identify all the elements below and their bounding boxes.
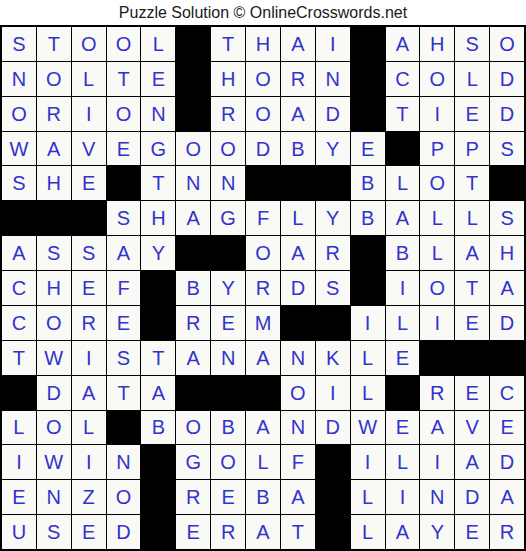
grid-cell: T (37, 27, 71, 61)
grid-cell: T (281, 515, 315, 549)
black-cell (386, 132, 420, 166)
grid-cell: N (176, 166, 210, 200)
grid-cell: B (211, 411, 245, 445)
black-cell (72, 201, 106, 235)
grid-cell: O (420, 271, 454, 305)
grid-cell: Z (72, 480, 106, 514)
grid-cell: B (281, 132, 315, 166)
grid-cell: D (281, 271, 315, 305)
grid-cell: I (2, 445, 36, 479)
black-cell (490, 341, 524, 375)
grid-cell: N (420, 480, 454, 514)
black-cell (2, 201, 36, 235)
grid-cell: I (420, 97, 454, 131)
black-cell (107, 166, 141, 200)
grid-cell: A (141, 376, 175, 410)
grid-cell: A (281, 27, 315, 61)
grid-cell: A (176, 201, 210, 235)
grid-cell: D (37, 376, 71, 410)
crossword-grid: STOOLTHAIAHSONOLTEHORNCOLDORIONROADTIEDW… (0, 25, 526, 551)
black-cell (176, 97, 210, 131)
grid-cell: T (141, 341, 175, 375)
black-cell (176, 27, 210, 61)
grid-cell: D (490, 62, 524, 96)
black-cell (351, 271, 385, 305)
grid-cell: L (455, 201, 489, 235)
grid-cell: P (455, 132, 489, 166)
grid-cell: B (386, 236, 420, 270)
grid-cell: R (37, 97, 71, 131)
grid-cell: E (107, 306, 141, 340)
grid-cell: E (141, 62, 175, 96)
black-cell (141, 306, 175, 340)
grid-cell: P (420, 132, 454, 166)
grid-cell: F (107, 271, 141, 305)
grid-cell: R (316, 236, 350, 270)
black-cell (420, 341, 454, 375)
grid-cell: L (420, 201, 454, 235)
grid-cell: V (455, 411, 489, 445)
grid-cell: Y (316, 201, 350, 235)
grid-cell: E (386, 411, 420, 445)
grid-cell: I (351, 445, 385, 479)
grid-cell: E (72, 166, 106, 200)
grid-cell: O (246, 62, 280, 96)
grid-cell: A (246, 411, 280, 445)
grid-cell: G (141, 132, 175, 166)
grid-cell: E (2, 480, 36, 514)
grid-cell: N (281, 341, 315, 375)
black-cell (316, 515, 350, 549)
grid-cell: A (2, 236, 36, 270)
grid-cell: O (420, 166, 454, 200)
grid-cell: I (72, 341, 106, 375)
grid-cell: T (2, 341, 36, 375)
grid-cell: S (490, 201, 524, 235)
black-cell (37, 201, 71, 235)
grid-cell: O (211, 132, 245, 166)
grid-cell: L (72, 62, 106, 96)
grid-cell: R (211, 97, 245, 131)
grid-cell: R (246, 271, 280, 305)
grid-cell: C (2, 271, 36, 305)
grid-cell: E (72, 515, 106, 549)
grid-cell: I (420, 445, 454, 479)
grid-cell: W (351, 411, 385, 445)
black-cell (176, 236, 210, 270)
black-cell (107, 411, 141, 445)
grid-cell: A (176, 341, 210, 375)
grid-cell: A (420, 411, 454, 445)
black-cell (351, 62, 385, 96)
grid-cell: C (386, 62, 420, 96)
grid-cell: I (316, 376, 350, 410)
grid-cell: L (351, 341, 385, 375)
grid-cell: W (37, 445, 71, 479)
grid-cell: O (246, 97, 280, 131)
grid-cell: D (316, 411, 350, 445)
grid-cell: D (455, 480, 489, 514)
black-cell (351, 27, 385, 61)
grid-cell: I (386, 271, 420, 305)
grid-cell: L (246, 445, 280, 479)
black-cell (211, 376, 245, 410)
grid-cell: R (176, 306, 210, 340)
grid-cell: I (420, 306, 454, 340)
grid-cell: S (72, 236, 106, 270)
grid-cell: S (107, 201, 141, 235)
black-cell (316, 445, 350, 479)
grid-cell: R (72, 306, 106, 340)
grid-cell: G (211, 201, 245, 235)
grid-cell: B (176, 271, 210, 305)
grid-cell: H (211, 62, 245, 96)
grid-cell: W (37, 341, 71, 375)
grid-cell: N (211, 341, 245, 375)
grid-cell: L (386, 306, 420, 340)
grid-cell: N (211, 166, 245, 200)
grid-cell: T (386, 97, 420, 131)
grid-cell: L (281, 201, 315, 235)
grid-cell: T (141, 166, 175, 200)
grid-cell: A (107, 236, 141, 270)
grid-cell: A (281, 97, 315, 131)
grid-cell: H (420, 27, 454, 61)
grid-cell: R (420, 376, 454, 410)
grid-cell: I (351, 306, 385, 340)
grid-cell: K (316, 341, 350, 375)
black-cell (211, 236, 245, 270)
grid-cell: V (72, 132, 106, 166)
grid-cell: A (386, 515, 420, 549)
grid-cell: E (72, 271, 106, 305)
grid-cell: H (490, 236, 524, 270)
grid-cell: E (176, 515, 210, 549)
grid-cell: E (211, 306, 245, 340)
grid-cell: O (2, 97, 36, 131)
black-cell (351, 97, 385, 131)
grid-cell: O (107, 97, 141, 131)
grid-cell: N (2, 62, 36, 96)
grid-cell: E (107, 132, 141, 166)
grid-cell: S (37, 515, 71, 549)
grid-cell: C (2, 306, 36, 340)
grid-cell: A (281, 236, 315, 270)
grid-cell: U (2, 515, 36, 549)
grid-cell: S (2, 27, 36, 61)
grid-cell: N (316, 62, 350, 96)
grid-cell: T (107, 62, 141, 96)
black-cell (246, 166, 280, 200)
grid-cell: A (72, 376, 106, 410)
grid-cell: O (107, 480, 141, 514)
grid-cell: S (37, 236, 71, 270)
grid-cell: R (211, 515, 245, 549)
grid-cell: O (281, 376, 315, 410)
grid-cell: Y (211, 271, 245, 305)
grid-cell: T (211, 27, 245, 61)
grid-cell: N (281, 411, 315, 445)
black-cell (316, 306, 350, 340)
grid-cell: A (246, 341, 280, 375)
grid-cell: O (176, 411, 210, 445)
grid-cell: R (281, 62, 315, 96)
grid-cell: D (246, 132, 280, 166)
grid-cell: E (490, 411, 524, 445)
grid-cell: Y (316, 132, 350, 166)
grid-cell: T (455, 166, 489, 200)
black-cell (281, 166, 315, 200)
grid-cell: I (386, 480, 420, 514)
grid-cell: B (351, 166, 385, 200)
grid-cell: F (246, 201, 280, 235)
puzzle-solution-page: Puzzle Solution © OnlineCrosswords.net S… (0, 0, 526, 551)
grid-cell: O (37, 62, 71, 96)
grid-cell: D (316, 97, 350, 131)
black-cell (281, 306, 315, 340)
grid-cell: F (281, 445, 315, 479)
grid-cell: A (386, 201, 420, 235)
grid-cell: N (37, 480, 71, 514)
grid-cell: D (490, 445, 524, 479)
black-cell (455, 341, 489, 375)
grid-cell: E (455, 376, 489, 410)
grid-cell: L (351, 376, 385, 410)
grid-cell: O (107, 27, 141, 61)
grid-cell: H (141, 201, 175, 235)
grid-cell: H (246, 27, 280, 61)
grid-cell: E (455, 515, 489, 549)
grid-cell: T (107, 376, 141, 410)
grid-cell: A (386, 27, 420, 61)
grid-cell: B (351, 201, 385, 235)
grid-cell: M (246, 306, 280, 340)
grid-cell: O (246, 236, 280, 270)
grid-cell: H (37, 166, 71, 200)
black-cell (141, 445, 175, 479)
black-cell (386, 376, 420, 410)
black-cell (176, 376, 210, 410)
grid-cell: A (455, 445, 489, 479)
grid-cell: A (37, 132, 71, 166)
grid-cell: C (490, 376, 524, 410)
grid-cell: D (490, 306, 524, 340)
black-cell (2, 376, 36, 410)
grid-cell: D (107, 515, 141, 549)
grid-cell: O (37, 411, 71, 445)
grid-cell: I (316, 27, 350, 61)
grid-cell: L (386, 166, 420, 200)
grid-cell: L (420, 236, 454, 270)
grid-cell: E (455, 306, 489, 340)
grid-cell: E (351, 132, 385, 166)
grid-cell: A (490, 271, 524, 305)
grid-cell: L (386, 445, 420, 479)
black-cell (141, 515, 175, 549)
grid-cell: S (490, 132, 524, 166)
grid-cell: S (107, 341, 141, 375)
black-cell (246, 376, 280, 410)
grid-cell: D (490, 97, 524, 131)
grid-cell: S (455, 27, 489, 61)
grid-cell: S (2, 166, 36, 200)
grid-cell: B (141, 411, 175, 445)
grid-cell: R (490, 515, 524, 549)
grid-cell: O (420, 62, 454, 96)
black-cell (316, 166, 350, 200)
grid-cell: E (455, 97, 489, 131)
grid-cell: A (455, 236, 489, 270)
grid-cell: A (246, 515, 280, 549)
grid-cell: A (490, 480, 524, 514)
grid-cell: N (141, 97, 175, 131)
grid-cell: L (351, 515, 385, 549)
grid-cell: Y (420, 515, 454, 549)
grid-cell: L (141, 27, 175, 61)
grid-cell: L (72, 411, 106, 445)
black-cell (141, 271, 175, 305)
grid-cell: H (37, 271, 71, 305)
grid-cell: R (176, 480, 210, 514)
black-cell (351, 236, 385, 270)
grid-cell: O (176, 132, 210, 166)
grid-cell: L (351, 480, 385, 514)
grid-cell: W (2, 132, 36, 166)
grid-cell: O (211, 445, 245, 479)
page-title: Puzzle Solution © OnlineCrosswords.net (0, 0, 526, 25)
grid-cell: S (316, 271, 350, 305)
black-cell (490, 166, 524, 200)
grid-cell: G (176, 445, 210, 479)
grid-cell: T (455, 271, 489, 305)
grid-cell: I (72, 97, 106, 131)
black-cell (176, 62, 210, 96)
grid-cell: O (37, 306, 71, 340)
grid-cell: B (246, 480, 280, 514)
grid-cell: I (72, 445, 106, 479)
grid-cell: Y (141, 236, 175, 270)
black-cell (141, 480, 175, 514)
grid-cell: N (107, 445, 141, 479)
grid-cell: O (72, 27, 106, 61)
grid-cell: L (455, 62, 489, 96)
grid-cell: E (211, 480, 245, 514)
grid-cell: O (490, 27, 524, 61)
grid-cell: E (386, 341, 420, 375)
grid-cell: A (281, 480, 315, 514)
black-cell (316, 480, 350, 514)
grid-cell: L (2, 411, 36, 445)
